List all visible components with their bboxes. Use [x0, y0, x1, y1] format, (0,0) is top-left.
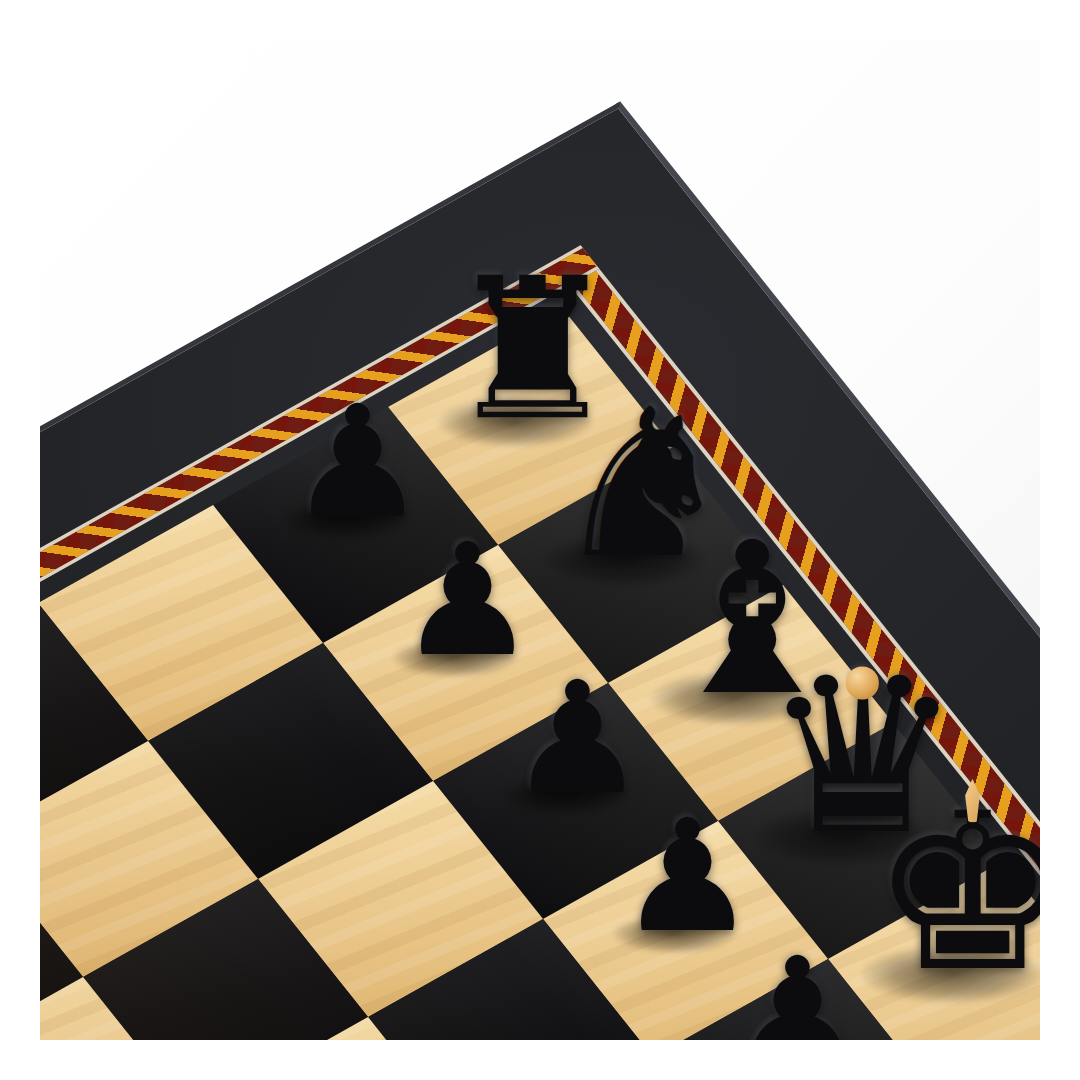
board-frame	[40, 101, 1040, 1040]
photo-crop: ♜♞♝♛♚♟♟♟♟♟	[40, 40, 1040, 1040]
photo-stage: ♜♞♝♛♚♟♟♟♟♟	[0, 0, 1080, 1080]
